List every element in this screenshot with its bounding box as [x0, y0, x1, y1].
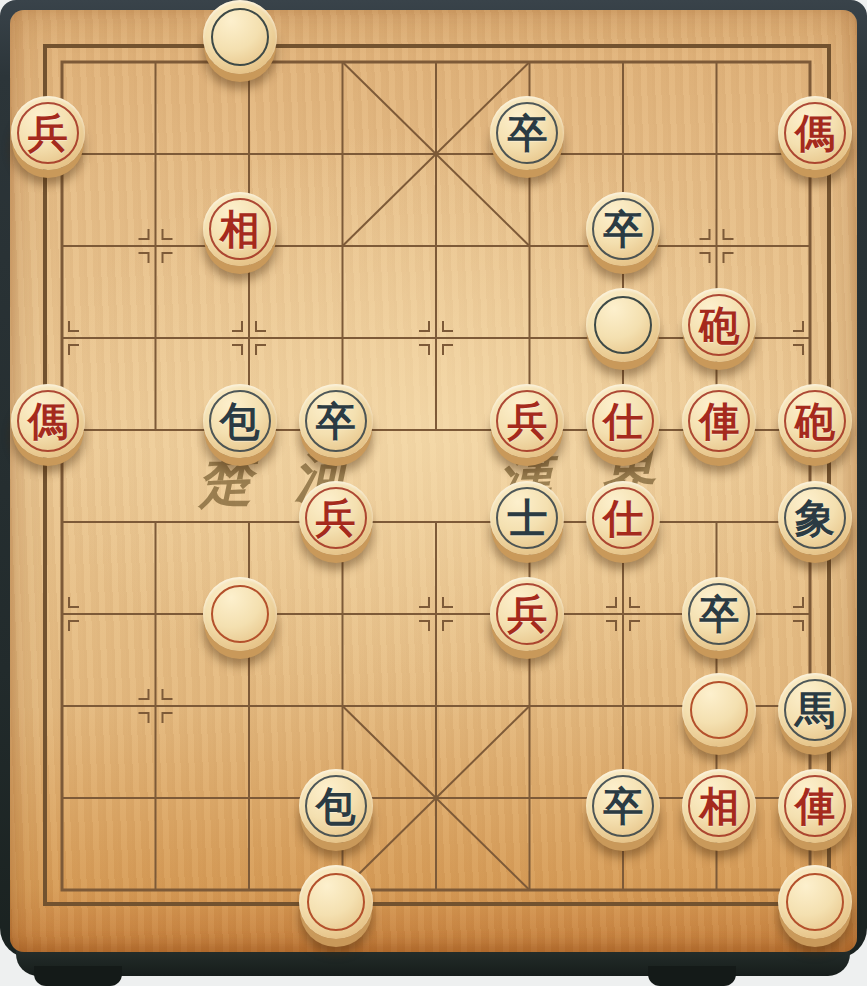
piece-glyph: 馬	[778, 673, 852, 747]
piece-glyph: 仕	[586, 481, 660, 555]
piece-glyph: 相	[682, 769, 756, 843]
piece-glyph: 俥	[682, 384, 756, 458]
facedown-red-piece[interactable]	[682, 673, 756, 747]
piece-glyph: 傌	[778, 96, 852, 170]
facedown-red-piece[interactable]	[299, 865, 373, 939]
piece-glyph: 卒	[490, 96, 564, 170]
red-chariot-piece[interactable]: 俥	[682, 384, 756, 458]
red-advisor-piece[interactable]: 仕	[586, 481, 660, 555]
xiangqi-app: 楚河 漢界 兵卒傌相卒砲傌包卒兵仕俥砲兵士仕象兵卒馬包卒相俥	[0, 0, 867, 986]
piece-glyph: 相	[203, 192, 277, 266]
red-soldier-piece[interactable]: 兵	[11, 96, 85, 170]
red-soldier-piece[interactable]: 兵	[490, 384, 564, 458]
black-cannon-piece[interactable]: 包	[299, 769, 373, 843]
piece-glyph: 卒	[586, 769, 660, 843]
black-soldier-piece[interactable]: 卒	[490, 96, 564, 170]
facedown-red-piece[interactable]	[778, 865, 852, 939]
black-soldier-piece[interactable]: 卒	[299, 384, 373, 458]
piece-glyph: 包	[299, 769, 373, 843]
piece-glyph: 兵	[11, 96, 85, 170]
facedown-red-piece[interactable]	[203, 577, 277, 651]
red-cannon-piece[interactable]: 砲	[778, 384, 852, 458]
red-soldier-piece[interactable]: 兵	[299, 481, 373, 555]
piece-glyph: 兵	[490, 384, 564, 458]
black-horse-piece[interactable]: 馬	[778, 673, 852, 747]
piece-glyph: 俥	[778, 769, 852, 843]
piece-glyph: 象	[778, 481, 852, 555]
red-chariot-piece[interactable]: 俥	[778, 769, 852, 843]
black-soldier-piece[interactable]: 卒	[682, 577, 756, 651]
red-elephant-piece[interactable]: 相	[682, 769, 756, 843]
piece-glyph: 卒	[299, 384, 373, 458]
black-cannon-piece[interactable]: 包	[203, 384, 277, 458]
black-soldier-piece[interactable]: 卒	[586, 769, 660, 843]
piece-glyph: 傌	[11, 384, 85, 458]
red-horse-piece[interactable]: 傌	[11, 384, 85, 458]
piece-glyph: 士	[490, 481, 564, 555]
piece-glyph: 卒	[682, 577, 756, 651]
piece-glyph: 卒	[586, 192, 660, 266]
black-advisor-piece[interactable]: 士	[490, 481, 564, 555]
piece-glyph: 兵	[299, 481, 373, 555]
piece-glyph: 砲	[682, 288, 756, 362]
facedown-black-piece[interactable]	[203, 0, 277, 74]
red-cannon-piece[interactable]: 砲	[682, 288, 756, 362]
piece-glyph: 包	[203, 384, 277, 458]
red-soldier-piece[interactable]: 兵	[490, 577, 564, 651]
black-elephant-piece[interactable]: 象	[778, 481, 852, 555]
piece-glyph: 砲	[778, 384, 852, 458]
piece-glyph: 兵	[490, 577, 564, 651]
piece-glyph: 仕	[586, 384, 660, 458]
red-advisor-piece[interactable]: 仕	[586, 384, 660, 458]
black-soldier-piece[interactable]: 卒	[586, 192, 660, 266]
red-elephant-piece[interactable]: 相	[203, 192, 277, 266]
red-horse-piece[interactable]: 傌	[778, 96, 852, 170]
